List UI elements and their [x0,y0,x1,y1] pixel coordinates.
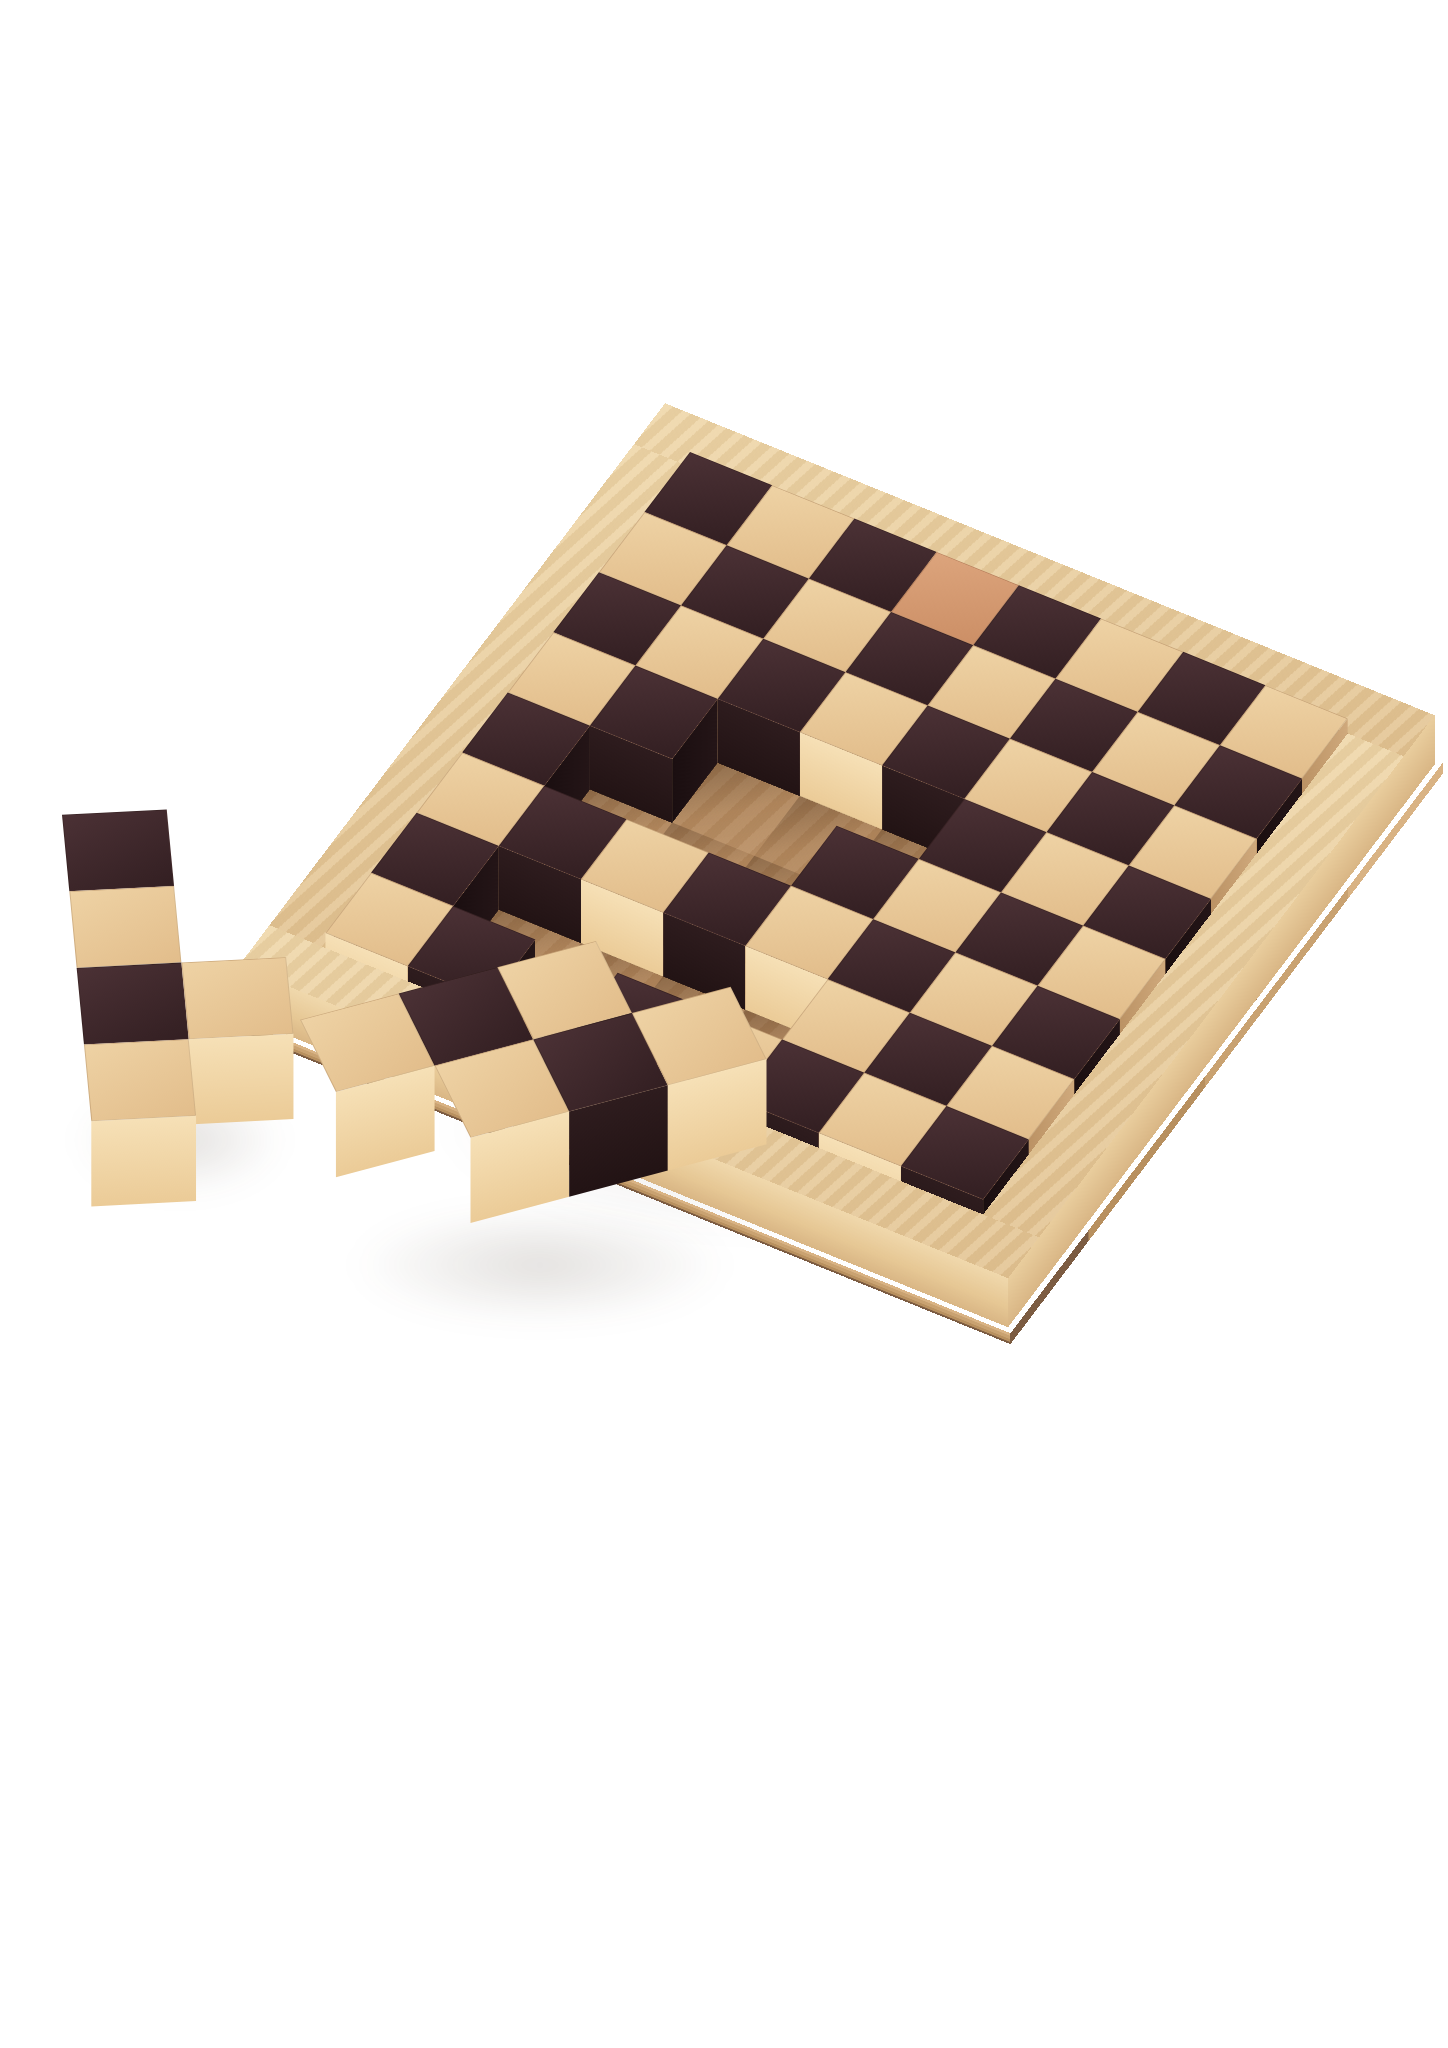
piece-a-cube-0-3[interactable] [84,1124,196,1206]
cube-top-face [84,1039,196,1121]
cube-top-face [181,957,293,1039]
cube-top-face [62,809,174,891]
cube-south-face [189,1034,294,1125]
cube-top-face [77,963,189,1045]
cube-top-face [69,886,181,968]
photo-stage [0,0,1448,2048]
cube-south-face [91,1116,196,1207]
piece-a-cube-1-2[interactable] [181,1042,293,1124]
